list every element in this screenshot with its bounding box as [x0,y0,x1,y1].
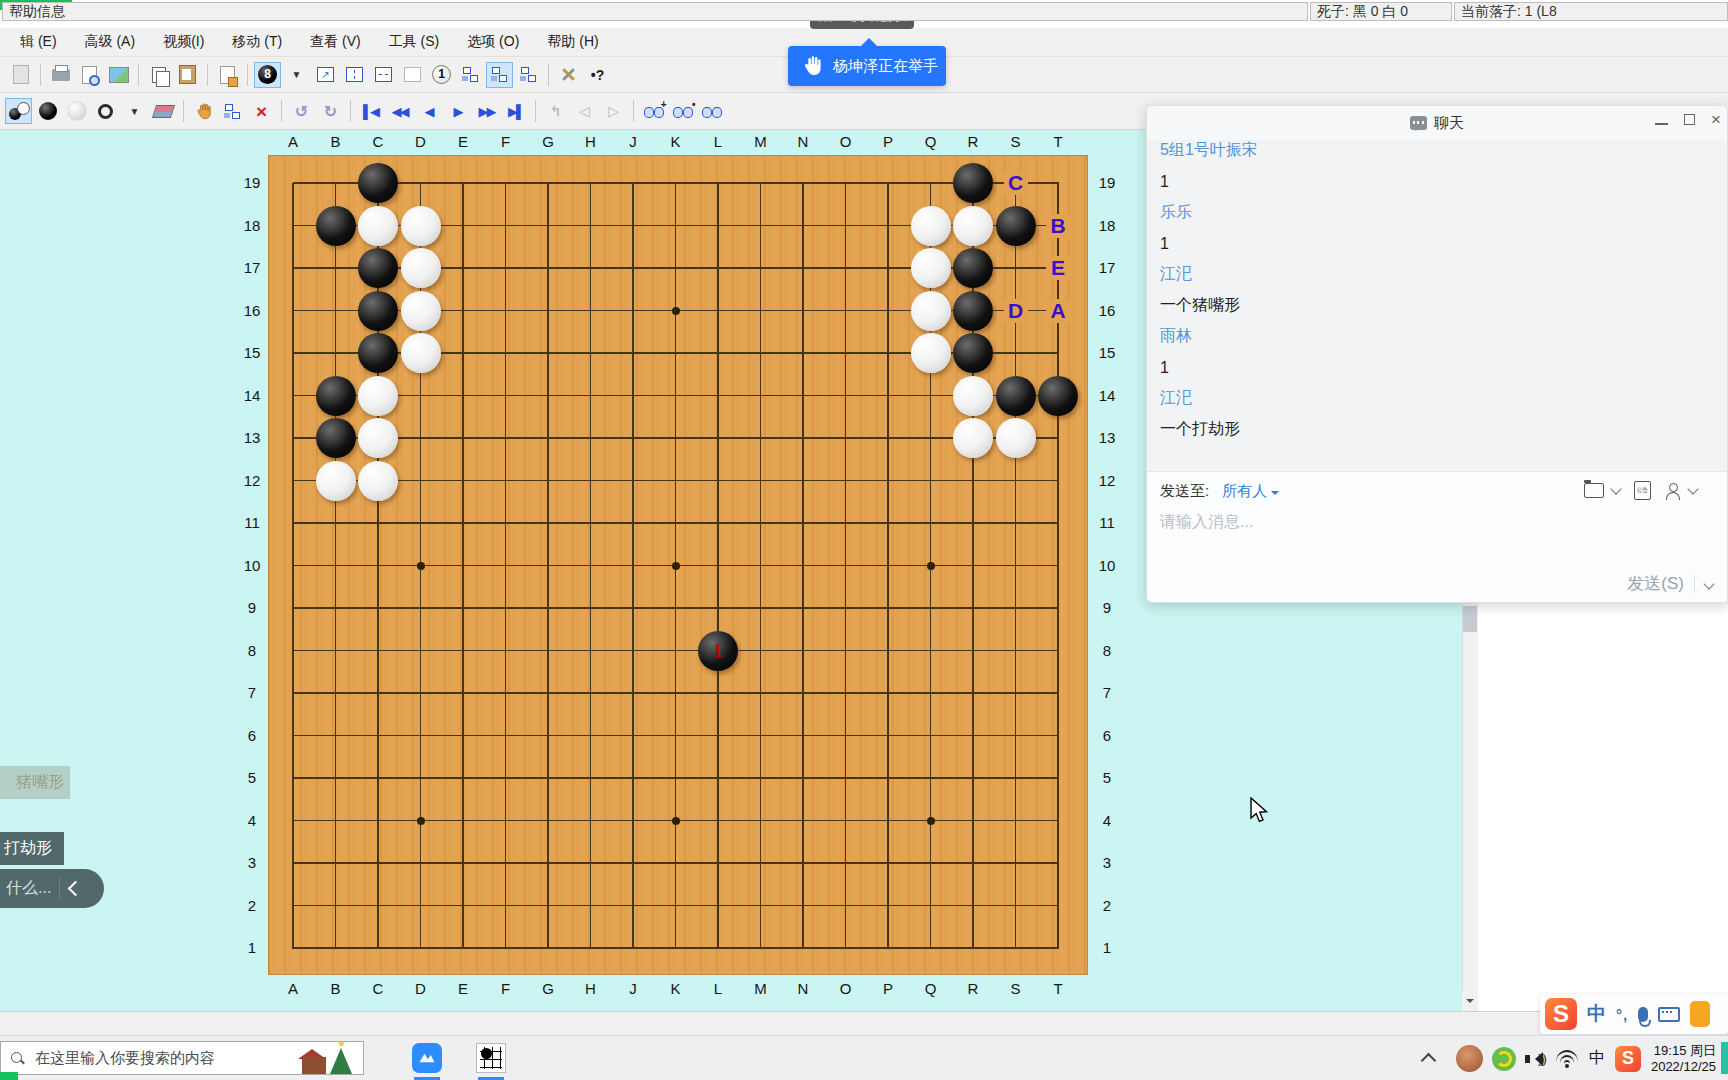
meeting-logo-icon [417,1048,437,1068]
coord-left: 17 [235,259,269,276]
send-to-dropdown-icon[interactable] [1271,491,1279,499]
board-label-A: A [1046,299,1070,323]
taskbar-clock[interactable]: 19:15 周日2022/12/25 [1651,1043,1716,1075]
toolbar-separator [281,100,282,122]
copy-button[interactable] [145,62,172,88]
white-stone-C14 [358,376,398,416]
menu-item-4[interactable]: 查看 (V) [296,28,375,56]
coord-bottom: A [276,980,310,997]
coord-bottom: B [319,980,353,997]
split-vertical-button[interactable] [341,62,368,88]
chat-maximize-button[interactable] [1684,114,1695,125]
black-stone-C16 [358,291,398,331]
menu-item-3[interactable]: 移动 (T) [218,28,296,56]
rotate-back-button[interactable]: ↺ [288,98,315,124]
coord-top: E [446,133,480,150]
mention-person-icon[interactable] [1665,483,1681,499]
chat-send-area: 发送至: 所有人 公告 请输入消息... 发送(S) [1147,471,1727,603]
wifi-icon[interactable] [1556,1050,1580,1068]
black-stone-C17 [358,248,398,288]
black-stone-B13 [316,418,356,458]
person-dropdown-icon[interactable] [1687,483,1698,494]
star-point [672,817,680,825]
circle-mark-button[interactable] [92,98,119,124]
white-stone-Q17 [911,248,951,288]
coord-left: 9 [235,599,269,616]
grid-line-v [760,183,761,949]
grid-line-v [802,183,803,949]
coord-right: 9 [1090,599,1124,616]
taskbar: 在这里输入你要搜索的内容 ★ ))) 中 S 19:15 周日2022/12/2… [0,1035,1728,1080]
bubble-input-collapsed[interactable]: 什么... [0,869,104,908]
coord-top: A [276,133,310,150]
forward-button[interactable]: ▶ [444,98,471,124]
up-level-button[interactable]: ↰ [542,98,569,124]
coord-left: 8 [235,642,269,659]
coord-right: 16 [1090,302,1124,319]
ime-mode-icon[interactable]: 中 [1587,1001,1606,1027]
grid-line-h [293,735,1059,736]
white-stone-C12 [358,461,398,501]
menu-item-5[interactable]: 工具 (S) [375,28,454,56]
coord-bottom: O [829,980,863,997]
scrollbar-thumb[interactable] [1463,606,1477,632]
chat-titlebar[interactable]: 聊天 [1147,106,1727,140]
tray-avatar[interactable] [1456,1045,1483,1072]
search-icon [11,1052,22,1063]
black-stone-C19 [358,163,398,203]
tree-edit-button[interactable] [486,62,513,88]
toolbar-separator [40,64,41,86]
taskbar-app-multigo[interactable] [476,1043,506,1073]
menu-item-7[interactable]: 帮助 (H) [533,28,612,56]
ime-toolbar[interactable]: S 中 °, [1540,994,1728,1034]
raise-hand-banner[interactable]: 杨坤泽正在举手 [788,46,946,86]
toolbar-separator [350,100,351,122]
toolbar-separator [247,64,248,86]
rotate-forward-button[interactable]: ↻ [317,98,344,124]
status-help: 帮助信息 [2,2,1308,21]
black-stone-B14 [316,376,356,416]
mouse-cursor [1249,797,1269,824]
grid-line-h [293,862,1059,863]
coord-left: 12 [235,472,269,489]
black-stone-C15 [358,333,398,373]
raised-hand-icon [800,54,824,78]
select-tool-button[interactable] [5,98,32,124]
find-next-button[interactable]: + [640,98,667,124]
coord-right: 10 [1090,557,1124,574]
coord-bottom: F [489,980,523,997]
board-label-E: E [1046,256,1070,280]
move-number-8-ball-button[interactable]: 8 [254,62,281,88]
coord-top: S [999,133,1033,150]
white-stone-R18 [953,206,993,246]
banner-notch [861,38,877,46]
back-button[interactable]: ◀ [415,98,442,124]
black-stone-button[interactable] [34,98,61,124]
send-button[interactable]: 发送(S) [1627,572,1684,595]
chat-input[interactable]: 请输入消息... [1160,512,1253,533]
chat-text-9: 一个打劫形 [1160,414,1727,445]
grid-line-v [845,183,846,949]
move-number-1-ball-button[interactable]: 1 [428,62,455,88]
star-point [927,817,935,825]
tools-button[interactable] [555,62,582,88]
chat-text-7: 1 [1160,352,1727,383]
tray-expand-icon[interactable] [1421,1053,1437,1069]
raise-hand-text: 杨坤泽正在举手 [833,57,938,76]
coord-right: 8 [1090,642,1124,659]
chat-message-list[interactable]: 5组1号叶振宋1乐乐1江汜一个猪嘴形雨林1江汜一个打劫形 [1147,140,1727,471]
coord-left: 7 [235,684,269,701]
coord-left: 14 [235,387,269,404]
white-stone-R14 [953,376,993,416]
coord-right: 12 [1090,472,1124,489]
black-stone-R17 [953,248,993,288]
chat-sender-2: 乐乐 [1160,197,1727,228]
collapse-left-icon[interactable] [68,881,84,897]
print-button[interactable] [47,62,74,88]
white-stone-Q16 [911,291,951,331]
grid-line-h [293,947,1059,948]
context-help-button[interactable]: •? [584,62,611,88]
coord-left: 4 [235,812,269,829]
star-point [927,562,935,570]
tray-ime-mode[interactable]: 中 [1589,1048,1605,1069]
white-stone-C18 [358,206,398,246]
toolbar-separator [183,100,184,122]
refresh-page-button[interactable] [7,62,34,88]
coord-top: F [489,133,523,150]
coord-right: 19 [1090,174,1124,191]
black-stone-S14 [996,376,1036,416]
star-point [417,817,425,825]
coord-bottom: G [531,980,565,997]
coord-top: P [871,133,905,150]
coord-left: 15 [235,344,269,361]
coord-left: 6 [235,727,269,744]
coord-right: 1 [1090,939,1124,956]
coord-bottom: Q [914,980,948,997]
coord-left: 3 [235,854,269,871]
coord-right: 11 [1090,514,1124,531]
grid-line-h [293,905,1059,906]
status-current-move: 当前落子: 1 (L8 [1454,2,1728,21]
coord-top: K [659,133,693,150]
coord-left: 13 [235,429,269,446]
white-stone-D15 [401,333,441,373]
coord-top: N [786,133,820,150]
chat-sender-4: 江汜 [1160,259,1727,290]
properties-button[interactable] [214,62,241,88]
black-stone-R19 [953,163,993,203]
send-options-icon[interactable] [1703,578,1714,589]
coord-top: L [701,133,735,150]
coord-bottom: M [744,980,778,997]
status-bar [0,1011,1728,1035]
toolbar-separator [535,100,536,122]
scrollbar-down-button[interactable] [1462,991,1478,1011]
sogou-icon[interactable]: S [1545,998,1577,1030]
edge-app-sliver[interactable] [1721,1042,1728,1074]
coord-top: R [956,133,990,150]
bubble-divider [59,878,60,900]
black-stone-R16 [953,291,993,331]
tree-layout-button[interactable] [515,62,542,88]
toolbar-separator [138,64,139,86]
small-board-button[interactable] [399,62,426,88]
chat-text-1: 1 [1160,166,1727,197]
grid-line-h [293,777,1059,778]
tree-add-button[interactable] [219,98,246,124]
ime-extra-icon[interactable] [1690,1001,1710,1027]
coord-bottom: L [701,980,735,997]
black-stone-T14 [1038,376,1078,416]
coord-bottom: T [1041,980,1075,997]
menu-item-6[interactable]: 选项 (O) [453,28,533,56]
file-icon[interactable] [1584,483,1604,498]
last-move-button[interactable]: ▶▌ [502,98,529,124]
toolbar-separator [548,64,549,86]
black-stone-L8: 1 [698,631,738,671]
coord-left: 18 [235,217,269,234]
back-fast-button[interactable]: ◀◀ [386,98,413,124]
black-stone-B18 [316,206,356,246]
bubble-input-text: 什么... [6,878,51,899]
chat-bubble-icon [1410,116,1427,130]
white-stone-D16 [401,291,441,331]
coord-bottom: K [659,980,693,997]
coord-right: 2 [1090,897,1124,914]
star-point [417,562,425,570]
black-stone-S18 [996,206,1036,246]
paste-button[interactable] [174,62,201,88]
coord-right: 17 [1090,259,1124,276]
white-stone-S13 [996,418,1036,458]
delete-node-button[interactable]: × [248,98,275,124]
white-stone-R13 [953,418,993,458]
coord-top: D [404,133,438,150]
chat-text-5: 一个猪嘴形 [1160,290,1727,321]
coord-right: 5 [1090,769,1124,786]
grid-line-v [717,183,718,949]
coord-right: 4 [1090,812,1124,829]
holiday-graphic[interactable]: ★ [300,1040,358,1074]
coord-bottom: D [404,980,438,997]
send-divider [1694,575,1695,593]
split-horizontal-button[interactable] [370,62,397,88]
coord-right: 14 [1090,387,1124,404]
coord-bottom: N [786,980,820,997]
volume-icon[interactable]: ))) [1525,1050,1547,1068]
coord-right: 15 [1090,344,1124,361]
announcement-icon[interactable]: 公告 [1634,481,1651,500]
chat-title: 聊天 [1434,114,1464,133]
menu-item-1[interactable]: 高级 (A) [71,28,150,56]
grid-line-h [293,650,1059,651]
bubble-ko-shape[interactable]: 打劫形 [0,832,64,865]
coord-top: H [574,133,608,150]
eraser-button[interactable] [150,98,177,124]
coord-left: 19 [235,174,269,191]
search-placeholder: 在这里输入你要搜索的内容 [35,1049,215,1068]
chat-window: 聊天 × 5组1号叶振宋1乐乐1江汜一个猪嘴形雨林1江汜一个打劫形 发送至: 所… [1146,105,1728,603]
export-image-button[interactable] [105,62,132,88]
taskbar-app-meeting[interactable] [412,1043,442,1073]
white-stone-D18 [401,206,441,246]
white-stone-B12 [316,461,356,501]
grid-line-v [887,183,888,949]
coord-right: 18 [1090,217,1124,234]
coord-left: 5 [235,769,269,786]
ime-keyboard-icon[interactable] [1658,1007,1680,1022]
menu-item-0[interactable]: 辑 (E) [6,28,71,56]
board-label-C: C [1004,171,1028,195]
coord-bottom: E [446,980,480,997]
ime-punct-icon[interactable]: °, [1616,1006,1628,1023]
bubble-pig-snout[interactable]: 猪嘴形 [0,766,70,799]
coord-left: 10 [235,557,269,574]
coord-bottom: P [871,980,905,997]
star-point [672,562,680,570]
coord-bottom: J [616,980,650,997]
coord-right: 7 [1090,684,1124,701]
chat-close-button[interactable]: × [1711,114,1721,125]
coord-top: M [744,133,778,150]
hand-tool-button[interactable] [190,98,217,124]
multigo-logo-icon [480,1047,502,1069]
ime-mic-icon[interactable] [1638,1007,1648,1022]
coord-left: 2 [235,897,269,914]
coord-top: Q [914,133,948,150]
bottom-corner-strip [0,1072,18,1080]
chat-minimize-button[interactable] [1655,123,1668,125]
coord-left: 1 [235,939,269,956]
white-stone-Q18 [911,206,951,246]
coord-bottom: R [956,980,990,997]
dropdown-button[interactable]: ▼ [121,98,148,124]
coord-left: 11 [235,514,269,531]
send-to-label: 发送至: [1160,482,1209,501]
coord-bottom: C [361,980,395,997]
coord-bottom: S [999,980,1033,997]
tree-view-button[interactable] [457,62,484,88]
white-stone-button[interactable] [63,98,90,124]
coord-top: O [829,133,863,150]
next-variation-button[interactable]: ▷ [600,98,627,124]
coord-right: 6 [1090,727,1124,744]
forward-fast-button[interactable]: ▶▶ [473,98,500,124]
white-stone-D17 [401,248,441,288]
star-point [672,307,680,315]
jump-to-move-button[interactable]: ↗ [312,62,339,88]
coord-bottom: H [574,980,608,997]
coord-top: G [531,133,565,150]
grid-line-h [293,692,1059,693]
white-stone-Q15 [911,333,951,373]
grid-line-h [293,607,1059,608]
print-preview-button[interactable] [76,62,103,88]
board-label-D: D [1004,299,1028,323]
chat-sender-6: 雨林 [1160,321,1727,352]
status-captures: 死子: 黑 0 白 0 [1310,2,1452,21]
find-button[interactable] [698,98,725,124]
toolbar-separator [207,64,208,86]
chat-sender-0: 5组1号叶振宋 [1160,140,1727,166]
coord-right: 3 [1090,854,1124,871]
coord-top: C [361,133,395,150]
file-dropdown-icon[interactable] [1610,483,1621,494]
white-stone-C13 [358,418,398,458]
coord-top: J [616,133,650,150]
prev-variation-button[interactable]: ◁ [571,98,598,124]
send-to-selector[interactable]: 所有人 [1222,482,1267,501]
black-stone-R15 [953,333,993,373]
coord-right: 13 [1090,429,1124,446]
dropdown-button[interactable]: ▼ [283,62,310,88]
toolbar-separator [633,100,634,122]
coord-top: T [1041,133,1075,150]
move-number-label: 1 [713,640,723,662]
find-marked-button[interactable]: • [669,98,696,124]
tray-sogou-icon[interactable]: S [1615,1046,1641,1072]
board-label-B: B [1046,214,1070,238]
first-move-button[interactable]: ▌◀ [357,98,384,124]
menu-item-2[interactable]: 视频(I) [149,28,218,56]
tray-360-icon[interactable] [1492,1047,1516,1071]
coord-left: 16 [235,302,269,319]
chat-sender-8: 江汜 [1160,383,1727,414]
chat-text-3: 1 [1160,228,1727,259]
coord-top: B [319,133,353,150]
